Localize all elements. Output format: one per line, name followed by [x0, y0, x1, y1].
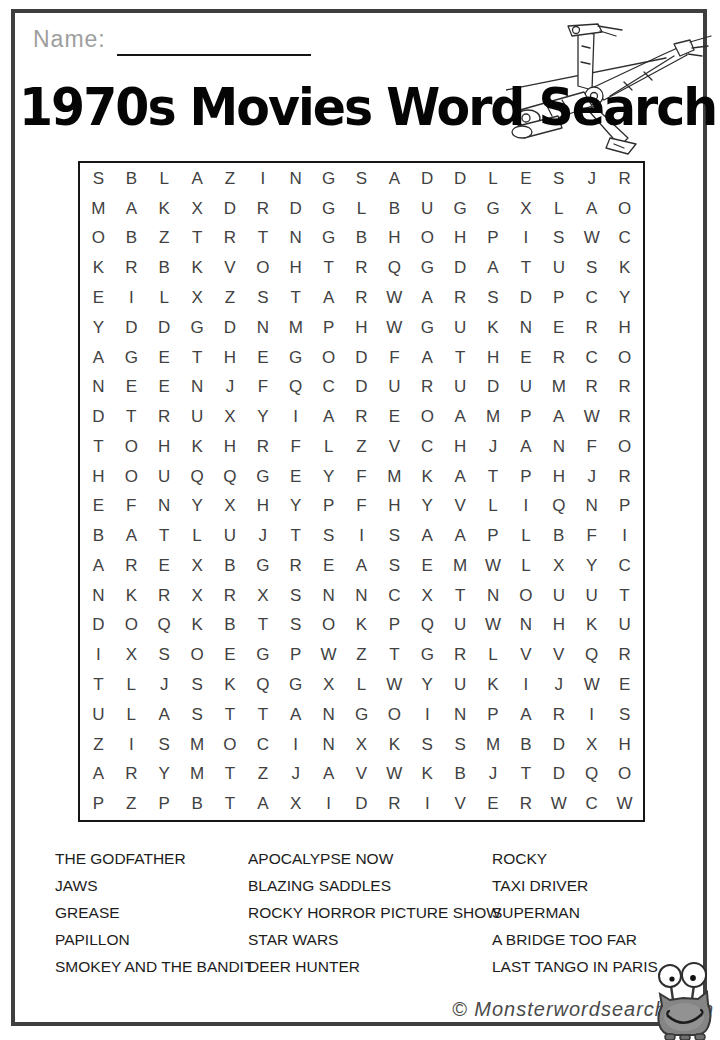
grid-cell-r3c5[interactable]: R — [214, 224, 247, 254]
grid-cell-r14c3[interactable]: E — [148, 551, 181, 581]
grid-cell-r3c2[interactable]: B — [115, 224, 148, 254]
grid-cell-r6c2[interactable]: D — [115, 313, 148, 343]
word-list-item[interactable]: PAPILLON — [55, 926, 253, 953]
grid-cell-r13c5[interactable]: U — [214, 521, 247, 551]
grid-cell-r6c8[interactable]: P — [312, 313, 345, 343]
grid-cell-r10c9[interactable]: Z — [345, 432, 378, 462]
grid-cell-r3c14[interactable]: I — [509, 224, 542, 254]
grid-cell-r20c11[interactable]: S — [411, 730, 444, 760]
grid-cell-r22c7[interactable]: X — [279, 789, 312, 819]
grid-cell-r14c6[interactable]: G — [246, 551, 279, 581]
grid-cell-r11c1[interactable]: H — [82, 462, 115, 492]
grid-cell-r17c7[interactable]: P — [279, 640, 312, 670]
grid-cell-r9c1[interactable]: D — [82, 402, 115, 432]
grid-cell-r1c13[interactable]: L — [477, 164, 510, 194]
grid-cell-r11c12[interactable]: A — [444, 462, 477, 492]
grid-cell-r5c6[interactable]: S — [246, 283, 279, 313]
grid-cell-r22c2[interactable]: Z — [115, 789, 148, 819]
grid-cell-r16c15[interactable]: H — [542, 611, 575, 641]
grid-cell-r8c16[interactable]: R — [575, 372, 608, 402]
grid-cell-r4c7[interactable]: H — [279, 253, 312, 283]
grid-cell-r19c10[interactable]: O — [378, 700, 411, 730]
grid-cell-r1c5[interactable]: Z — [214, 164, 247, 194]
grid-cell-r8c17[interactable]: R — [608, 372, 641, 402]
grid-cell-r11c9[interactable]: F — [345, 462, 378, 492]
grid-cell-r22c9[interactable]: D — [345, 789, 378, 819]
grid-cell-r18c3[interactable]: J — [148, 670, 181, 700]
grid-cell-r15c7[interactable]: S — [279, 581, 312, 611]
grid-cell-r20c3[interactable]: S — [148, 730, 181, 760]
grid-cell-r11c10[interactable]: M — [378, 462, 411, 492]
name-input-line[interactable] — [117, 54, 311, 56]
grid-cell-r12c7[interactable]: Y — [279, 492, 312, 522]
grid-cell-r5c11[interactable]: A — [411, 283, 444, 313]
grid-cell-r9c11[interactable]: O — [411, 402, 444, 432]
grid-cell-r21c17[interactable]: O — [608, 759, 641, 789]
grid-cell-r6c3[interactable]: D — [148, 313, 181, 343]
grid-cell-r6c7[interactable]: M — [279, 313, 312, 343]
word-list-item[interactable]: GREASE — [55, 899, 253, 926]
grid-cell-r20c13[interactable]: M — [477, 730, 510, 760]
grid-cell-r21c8[interactable]: A — [312, 759, 345, 789]
grid-cell-r3c4[interactable]: T — [181, 224, 214, 254]
grid-cell-r19c8[interactable]: N — [312, 700, 345, 730]
grid-cell-r15c17[interactable]: T — [608, 581, 641, 611]
grid-cell-r5c4[interactable]: X — [181, 283, 214, 313]
grid-cell-r18c1[interactable]: T — [82, 670, 115, 700]
grid-cell-r4c1[interactable]: K — [82, 253, 115, 283]
grid-cell-r19c14[interactable]: A — [509, 700, 542, 730]
grid-cell-r2c13[interactable]: G — [477, 194, 510, 224]
word-list-item[interactable]: A BRIDGE TOO FAR — [492, 926, 658, 953]
grid-cell-r15c1[interactable]: N — [82, 581, 115, 611]
grid-cell-r15c2[interactable]: K — [115, 581, 148, 611]
word-list-item[interactable]: APOCALYPSE NOW — [248, 845, 501, 872]
grid-cell-r17c15[interactable]: V — [542, 640, 575, 670]
grid-cell-r16c9[interactable]: K — [345, 611, 378, 641]
grid-cell-r17c12[interactable]: R — [444, 640, 477, 670]
grid-cell-r8c2[interactable]: E — [115, 372, 148, 402]
grid-cell-r12c1[interactable]: E — [82, 492, 115, 522]
grid-cell-r18c17[interactable]: E — [608, 670, 641, 700]
grid-cell-r4c5[interactable]: V — [214, 253, 247, 283]
grid-cell-r9c17[interactable]: R — [608, 402, 641, 432]
grid-cell-r13c8[interactable]: S — [312, 521, 345, 551]
grid-cell-r5c7[interactable]: T — [279, 283, 312, 313]
grid-cell-r20c6[interactable]: C — [246, 730, 279, 760]
grid-cell-r14c17[interactable]: C — [608, 551, 641, 581]
grid-cell-r15c9[interactable]: N — [345, 581, 378, 611]
grid-cell-r7c13[interactable]: H — [477, 343, 510, 373]
grid-cell-r21c1[interactable]: A — [82, 759, 115, 789]
grid-cell-r10c17[interactable]: O — [608, 432, 641, 462]
grid-cell-r2c12[interactable]: G — [444, 194, 477, 224]
grid-cell-r4c11[interactable]: G — [411, 253, 444, 283]
grid-cell-r7c11[interactable]: A — [411, 343, 444, 373]
grid-cell-r17c17[interactable]: R — [608, 640, 641, 670]
grid-cell-r1c2[interactable]: B — [115, 164, 148, 194]
grid-cell-r11c17[interactable]: R — [608, 462, 641, 492]
grid-cell-r17c2[interactable]: X — [115, 640, 148, 670]
grid-cell-r5c12[interactable]: R — [444, 283, 477, 313]
grid-cell-r3c10[interactable]: H — [378, 224, 411, 254]
grid-cell-r21c6[interactable]: Z — [246, 759, 279, 789]
grid-cell-r9c8[interactable]: A — [312, 402, 345, 432]
grid-cell-r10c16[interactable]: F — [575, 432, 608, 462]
grid-cell-r4c3[interactable]: B — [148, 253, 181, 283]
grid-cell-r17c8[interactable]: W — [312, 640, 345, 670]
grid-cell-r3c15[interactable]: S — [542, 224, 575, 254]
grid-cell-r4c2[interactable]: R — [115, 253, 148, 283]
grid-cell-r10c13[interactable]: J — [477, 432, 510, 462]
grid-cell-r21c9[interactable]: V — [345, 759, 378, 789]
word-list-item[interactable]: LAST TANGO IN PARIS — [492, 953, 658, 980]
grid-cell-r1c11[interactable]: D — [411, 164, 444, 194]
grid-cell-r15c16[interactable]: U — [575, 581, 608, 611]
word-list-item[interactable]: THE GODFATHER — [55, 845, 253, 872]
grid-cell-r3c11[interactable]: O — [411, 224, 444, 254]
grid-cell-r9c9[interactable]: R — [345, 402, 378, 432]
grid-cell-r18c10[interactable]: W — [378, 670, 411, 700]
grid-cell-r9c2[interactable]: T — [115, 402, 148, 432]
grid-cell-r1c10[interactable]: A — [378, 164, 411, 194]
grid-cell-r10c2[interactable]: O — [115, 432, 148, 462]
grid-cell-r4c4[interactable]: K — [181, 253, 214, 283]
grid-cell-r6c14[interactable]: N — [509, 313, 542, 343]
grid-cell-r8c9[interactable]: D — [345, 372, 378, 402]
grid-cell-r15c10[interactable]: C — [378, 581, 411, 611]
word-list-item[interactable]: DEER HUNTER — [248, 953, 501, 980]
grid-cell-r9c12[interactable]: A — [444, 402, 477, 432]
grid-cell-r4c8[interactable]: T — [312, 253, 345, 283]
grid-cell-r12c11[interactable]: Y — [411, 492, 444, 522]
grid-cell-r8c14[interactable]: U — [509, 372, 542, 402]
grid-cell-r22c6[interactable]: A — [246, 789, 279, 819]
grid-cell-r7c2[interactable]: G — [115, 343, 148, 373]
grid-cell-r15c14[interactable]: O — [509, 581, 542, 611]
grid-cell-r5c17[interactable]: Y — [608, 283, 641, 313]
grid-cell-r8c12[interactable]: U — [444, 372, 477, 402]
grid-cell-r4c15[interactable]: U — [542, 253, 575, 283]
grid-cell-r2c1[interactable]: M — [82, 194, 115, 224]
grid-cell-r8c4[interactable]: N — [181, 372, 214, 402]
grid-cell-r2c2[interactable]: A — [115, 194, 148, 224]
grid-cell-r10c5[interactable]: H — [214, 432, 247, 462]
grid-cell-r11c7[interactable]: E — [279, 462, 312, 492]
grid-cell-r2c14[interactable]: X — [509, 194, 542, 224]
grid-cell-r3c7[interactable]: N — [279, 224, 312, 254]
grid-cell-r7c16[interactable]: C — [575, 343, 608, 373]
grid-cell-r22c17[interactable]: W — [608, 789, 641, 819]
grid-cell-r19c16[interactable]: I — [575, 700, 608, 730]
grid-cell-r7c8[interactable]: O — [312, 343, 345, 373]
grid-cell-r10c10[interactable]: V — [378, 432, 411, 462]
grid-cell-r7c5[interactable]: H — [214, 343, 247, 373]
grid-cell-r1c16[interactable]: J — [575, 164, 608, 194]
grid-cell-r12c8[interactable]: P — [312, 492, 345, 522]
grid-cell-r5c3[interactable]: L — [148, 283, 181, 313]
grid-cell-r17c6[interactable]: G — [246, 640, 279, 670]
grid-cell-r2c7[interactable]: D — [279, 194, 312, 224]
grid-cell-r9c14[interactable]: P — [509, 402, 542, 432]
grid-cell-r2c5[interactable]: D — [214, 194, 247, 224]
grid-cell-r9c6[interactable]: Y — [246, 402, 279, 432]
grid-cell-r15c12[interactable]: T — [444, 581, 477, 611]
grid-cell-r7c15[interactable]: R — [542, 343, 575, 373]
grid-cell-r21c16[interactable]: Q — [575, 759, 608, 789]
grid-cell-r8c3[interactable]: E — [148, 372, 181, 402]
grid-cell-r7c1[interactable]: A — [82, 343, 115, 373]
grid-cell-r11c16[interactable]: J — [575, 462, 608, 492]
grid-cell-r22c5[interactable]: T — [214, 789, 247, 819]
grid-cell-r4c14[interactable]: T — [509, 253, 542, 283]
grid-cell-r20c1[interactable]: Z — [82, 730, 115, 760]
grid-cell-r17c16[interactable]: Q — [575, 640, 608, 670]
grid-cell-r15c4[interactable]: X — [181, 581, 214, 611]
grid-cell-r10c15[interactable]: N — [542, 432, 575, 462]
grid-cell-r11c2[interactable]: O — [115, 462, 148, 492]
grid-cell-r6c16[interactable]: R — [575, 313, 608, 343]
word-list-item[interactable]: ROCKY — [492, 845, 658, 872]
grid-cell-r6c17[interactable]: H — [608, 313, 641, 343]
grid-cell-r13c10[interactable]: S — [378, 521, 411, 551]
word-list-item[interactable]: SUPERMAN — [492, 899, 658, 926]
grid-cell-r18c4[interactable]: S — [181, 670, 214, 700]
grid-cell-r21c14[interactable]: T — [509, 759, 542, 789]
grid-cell-r16c14[interactable]: N — [509, 611, 542, 641]
grid-cell-r20c12[interactable]: S — [444, 730, 477, 760]
grid-cell-r8c1[interactable]: N — [82, 372, 115, 402]
grid-cell-r10c7[interactable]: F — [279, 432, 312, 462]
grid-cell-r5c1[interactable]: E — [82, 283, 115, 313]
grid-cell-r10c14[interactable]: A — [509, 432, 542, 462]
grid-cell-r6c12[interactable]: U — [444, 313, 477, 343]
grid-cell-r20c5[interactable]: O — [214, 730, 247, 760]
grid-cell-r5c16[interactable]: C — [575, 283, 608, 313]
grid-cell-r17c9[interactable]: Z — [345, 640, 378, 670]
grid-cell-r20c10[interactable]: K — [378, 730, 411, 760]
grid-cell-r5c8[interactable]: A — [312, 283, 345, 313]
grid-cell-r1c4[interactable]: A — [181, 164, 214, 194]
grid-cell-r9c16[interactable]: W — [575, 402, 608, 432]
grid-cell-r17c5[interactable]: E — [214, 640, 247, 670]
grid-cell-r16c8[interactable]: O — [312, 611, 345, 641]
grid-cell-r7c9[interactable]: D — [345, 343, 378, 373]
grid-cell-r6c13[interactable]: K — [477, 313, 510, 343]
grid-cell-r17c1[interactable]: I — [82, 640, 115, 670]
grid-cell-r6c9[interactable]: H — [345, 313, 378, 343]
grid-cell-r12c17[interactable]: P — [608, 492, 641, 522]
grid-cell-r11c4[interactable]: Q — [181, 462, 214, 492]
grid-cell-r1c3[interactable]: L — [148, 164, 181, 194]
grid-cell-r20c2[interactable]: I — [115, 730, 148, 760]
grid-cell-r19c7[interactable]: A — [279, 700, 312, 730]
grid-cell-r4c17[interactable]: K — [608, 253, 641, 283]
grid-cell-r13c4[interactable]: L — [181, 521, 214, 551]
grid-cell-r13c9[interactable]: I — [345, 521, 378, 551]
grid-cell-r7c4[interactable]: T — [181, 343, 214, 373]
grid-cell-r3c12[interactable]: H — [444, 224, 477, 254]
grid-cell-r14c5[interactable]: B — [214, 551, 247, 581]
grid-cell-r19c5[interactable]: T — [214, 700, 247, 730]
grid-cell-r22c8[interactable]: I — [312, 789, 345, 819]
grid-cell-r2c6[interactable]: R — [246, 194, 279, 224]
grid-cell-r21c7[interactable]: J — [279, 759, 312, 789]
grid-cell-r1c1[interactable]: S — [82, 164, 115, 194]
grid-cell-r21c2[interactable]: R — [115, 759, 148, 789]
grid-cell-r19c9[interactable]: G — [345, 700, 378, 730]
grid-cell-r6c4[interactable]: G — [181, 313, 214, 343]
grid-cell-r5c13[interactable]: S — [477, 283, 510, 313]
grid-cell-r2c4[interactable]: X — [181, 194, 214, 224]
grid-cell-r18c13[interactable]: K — [477, 670, 510, 700]
grid-cell-r7c10[interactable]: F — [378, 343, 411, 373]
grid-cell-r14c11[interactable]: E — [411, 551, 444, 581]
word-list-item[interactable]: ROCKY HORROR PICTURE SHOW — [248, 899, 501, 926]
grid-cell-r19c17[interactable]: S — [608, 700, 641, 730]
grid-cell-r11c5[interactable]: Q — [214, 462, 247, 492]
grid-cell-r15c8[interactable]: N — [312, 581, 345, 611]
grid-cell-r20c8[interactable]: N — [312, 730, 345, 760]
grid-cell-r20c14[interactable]: B — [509, 730, 542, 760]
grid-cell-r9c10[interactable]: E — [378, 402, 411, 432]
grid-cell-r17c13[interactable]: L — [477, 640, 510, 670]
grid-cell-r9c7[interactable]: I — [279, 402, 312, 432]
grid-cell-r6c10[interactable]: W — [378, 313, 411, 343]
grid-cell-r7c7[interactable]: G — [279, 343, 312, 373]
grid-cell-r16c12[interactable]: U — [444, 611, 477, 641]
grid-cell-r10c12[interactable]: H — [444, 432, 477, 462]
grid-cell-r21c3[interactable]: Y — [148, 759, 181, 789]
grid-cell-r21c13[interactable]: J — [477, 759, 510, 789]
grid-cell-r13c7[interactable]: T — [279, 521, 312, 551]
grid-cell-r14c10[interactable]: S — [378, 551, 411, 581]
grid-cell-r19c12[interactable]: N — [444, 700, 477, 730]
grid-cell-r7c17[interactable]: O — [608, 343, 641, 373]
grid-cell-r21c12[interactable]: B — [444, 759, 477, 789]
grid-cell-r21c4[interactable]: M — [181, 759, 214, 789]
grid-cell-r14c13[interactable]: W — [477, 551, 510, 581]
grid-cell-r18c8[interactable]: X — [312, 670, 345, 700]
grid-cell-r18c14[interactable]: I — [509, 670, 542, 700]
grid-cell-r19c15[interactable]: R — [542, 700, 575, 730]
grid-cell-r22c10[interactable]: R — [378, 789, 411, 819]
grid-cell-r2c17[interactable]: O — [608, 194, 641, 224]
grid-cell-r17c10[interactable]: T — [378, 640, 411, 670]
grid-cell-r13c12[interactable]: A — [444, 521, 477, 551]
grid-cell-r8c13[interactable]: D — [477, 372, 510, 402]
grid-cell-r22c11[interactable]: I — [411, 789, 444, 819]
grid-cell-r20c15[interactable]: D — [542, 730, 575, 760]
grid-cell-r16c7[interactable]: S — [279, 611, 312, 641]
grid-cell-r2c3[interactable]: K — [148, 194, 181, 224]
grid-cell-r9c5[interactable]: X — [214, 402, 247, 432]
grid-cell-r19c13[interactable]: P — [477, 700, 510, 730]
grid-cell-r15c13[interactable]: N — [477, 581, 510, 611]
grid-cell-r22c3[interactable]: P — [148, 789, 181, 819]
grid-cell-r1c7[interactable]: N — [279, 164, 312, 194]
grid-cell-r17c11[interactable]: G — [411, 640, 444, 670]
grid-cell-r11c8[interactable]: Y — [312, 462, 345, 492]
grid-cell-r19c11[interactable]: I — [411, 700, 444, 730]
grid-cell-r16c16[interactable]: K — [575, 611, 608, 641]
grid-cell-r14c8[interactable]: E — [312, 551, 345, 581]
grid-cell-r4c6[interactable]: O — [246, 253, 279, 283]
grid-cell-r9c15[interactable]: A — [542, 402, 575, 432]
grid-cell-r12c12[interactable]: V — [444, 492, 477, 522]
grid-cell-r18c11[interactable]: Y — [411, 670, 444, 700]
grid-cell-r15c11[interactable]: X — [411, 581, 444, 611]
grid-cell-r20c7[interactable]: I — [279, 730, 312, 760]
grid-cell-r13c2[interactable]: A — [115, 521, 148, 551]
grid-cell-r18c6[interactable]: Q — [246, 670, 279, 700]
grid-cell-r20c9[interactable]: X — [345, 730, 378, 760]
grid-cell-r11c13[interactable]: T — [477, 462, 510, 492]
grid-cell-r14c15[interactable]: X — [542, 551, 575, 581]
grid-cell-r22c16[interactable]: C — [575, 789, 608, 819]
grid-cell-r18c15[interactable]: J — [542, 670, 575, 700]
grid-cell-r12c5[interactable]: X — [214, 492, 247, 522]
grid-cell-r17c14[interactable]: V — [509, 640, 542, 670]
grid-cell-r12c15[interactable]: Q — [542, 492, 575, 522]
grid-cell-r4c16[interactable]: S — [575, 253, 608, 283]
grid-cell-r8c8[interactable]: C — [312, 372, 345, 402]
grid-cell-r12c13[interactable]: L — [477, 492, 510, 522]
grid-cell-r1c12[interactable]: D — [444, 164, 477, 194]
grid-cell-r19c3[interactable]: A — [148, 700, 181, 730]
grid-cell-r18c9[interactable]: L — [345, 670, 378, 700]
grid-cell-r16c3[interactable]: Q — [148, 611, 181, 641]
grid-cell-r1c15[interactable]: S — [542, 164, 575, 194]
grid-cell-r8c7[interactable]: Q — [279, 372, 312, 402]
grid-cell-r7c3[interactable]: E — [148, 343, 181, 373]
grid-cell-r19c4[interactable]: S — [181, 700, 214, 730]
grid-cell-r22c12[interactable]: V — [444, 789, 477, 819]
grid-cell-r8c10[interactable]: U — [378, 372, 411, 402]
grid-cell-r9c4[interactable]: U — [181, 402, 214, 432]
grid-cell-r3c6[interactable]: T — [246, 224, 279, 254]
grid-cell-r2c16[interactable]: A — [575, 194, 608, 224]
grid-cell-r16c4[interactable]: K — [181, 611, 214, 641]
grid-cell-r21c15[interactable]: D — [542, 759, 575, 789]
grid-cell-r8c5[interactable]: J — [214, 372, 247, 402]
grid-cell-r13c13[interactable]: P — [477, 521, 510, 551]
grid-cell-r2c11[interactable]: U — [411, 194, 444, 224]
grid-cell-r11c11[interactable]: K — [411, 462, 444, 492]
grid-cell-r10c3[interactable]: H — [148, 432, 181, 462]
grid-cell-r14c9[interactable]: A — [345, 551, 378, 581]
grid-cell-r16c5[interactable]: B — [214, 611, 247, 641]
grid-cell-r18c7[interactable]: G — [279, 670, 312, 700]
grid-cell-r12c6[interactable]: H — [246, 492, 279, 522]
grid-cell-r14c12[interactable]: M — [444, 551, 477, 581]
grid-cell-r16c6[interactable]: T — [246, 611, 279, 641]
grid-cell-r15c6[interactable]: X — [246, 581, 279, 611]
grid-cell-r6c15[interactable]: E — [542, 313, 575, 343]
grid-cell-r8c11[interactable]: R — [411, 372, 444, 402]
grid-cell-r12c2[interactable]: F — [115, 492, 148, 522]
grid-cell-r22c4[interactable]: B — [181, 789, 214, 819]
grid-cell-r17c3[interactable]: S — [148, 640, 181, 670]
grid-cell-r16c2[interactable]: O — [115, 611, 148, 641]
grid-cell-r14c4[interactable]: X — [181, 551, 214, 581]
grid-cell-r15c5[interactable]: R — [214, 581, 247, 611]
grid-cell-r16c10[interactable]: P — [378, 611, 411, 641]
grid-cell-r6c5[interactable]: D — [214, 313, 247, 343]
grid-cell-r14c14[interactable]: L — [509, 551, 542, 581]
grid-cell-r6c6[interactable]: N — [246, 313, 279, 343]
grid-cell-r22c15[interactable]: W — [542, 789, 575, 819]
